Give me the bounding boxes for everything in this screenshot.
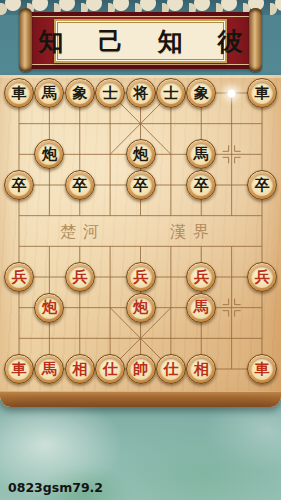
piece-black-soldier[interactable]: 卒 (4, 170, 34, 200)
piece-face: 卒 (69, 174, 91, 196)
piece-face: 兵 (251, 266, 273, 288)
piece-character: 仕 (103, 362, 118, 377)
piece-face: 炮 (38, 297, 60, 319)
piece-red-soldier[interactable]: 兵 (4, 262, 34, 292)
piece-black-advisor[interactable]: 士 (95, 78, 125, 108)
piece-black-advisor[interactable]: 士 (156, 78, 186, 108)
piece-character: 炮 (133, 147, 148, 162)
piece-black-soldier[interactable]: 卒 (247, 170, 277, 200)
piece-character: 馬 (194, 147, 209, 162)
banner-title: 知 己 知 彼 (25, 25, 255, 58)
piece-character: 将 (133, 86, 148, 101)
piece-face: 士 (160, 82, 182, 104)
piece-character: 車 (12, 362, 27, 377)
piece-red-soldier[interactable]: 兵 (126, 262, 156, 292)
piece-face: 車 (8, 82, 30, 104)
piece-face: 卒 (251, 174, 273, 196)
piece-character: 卒 (133, 178, 148, 193)
piece-black-elephant[interactable]: 象 (65, 78, 95, 108)
piece-red-cannon[interactable]: 炮 (126, 293, 156, 323)
piece-character: 馬 (42, 86, 57, 101)
piece-character: 卒 (255, 178, 270, 193)
board-bottom-edge (0, 391, 281, 407)
piece-face: 相 (190, 358, 212, 380)
piece-character: 車 (255, 362, 270, 377)
piece-black-soldier[interactable]: 卒 (65, 170, 95, 200)
piece-face: 炮 (130, 297, 152, 319)
river-label-left: 楚河 (60, 222, 106, 243)
piece-character: 馬 (194, 300, 209, 315)
piece-face: 兵 (8, 266, 30, 288)
piece-face: 馬 (38, 358, 60, 380)
piece-face: 仕 (160, 358, 182, 380)
piece-character: 象 (194, 86, 209, 101)
piece-character: 兵 (255, 270, 270, 285)
piece-face: 象 (190, 82, 212, 104)
piece-face: 士 (99, 82, 121, 104)
piece-face: 相 (69, 358, 91, 380)
piece-character: 馬 (42, 362, 57, 377)
piece-character: 士 (103, 86, 118, 101)
piece-face: 炮 (130, 143, 152, 165)
piece-character: 卒 (72, 178, 87, 193)
piece-face: 卒 (8, 174, 30, 196)
piece-face: 馬 (190, 143, 212, 165)
watermark-text: 0823gsm79.2 (8, 480, 103, 495)
piece-character: 士 (163, 86, 178, 101)
piece-face: 車 (251, 82, 273, 104)
piece-character: 相 (72, 362, 87, 377)
piece-red-advisor[interactable]: 仕 (156, 354, 186, 384)
xiangqi-app: 知 己 知 彼 楚河 漢界 車馬象士将士象車炮炮馬卒卒卒卒卒兵兵兵兵兵炮炮馬車馬… (0, 0, 281, 500)
piece-character: 炮 (42, 300, 57, 315)
piece-character: 象 (72, 86, 87, 101)
piece-red-soldier[interactable]: 兵 (247, 262, 277, 292)
piece-face: 兵 (130, 266, 152, 288)
piece-red-chariot[interactable]: 車 (247, 354, 277, 384)
piece-red-soldier[interactable]: 兵 (65, 262, 95, 292)
piece-character: 炮 (133, 300, 148, 315)
piece-red-chariot[interactable]: 車 (4, 354, 34, 384)
piece-character: 仕 (163, 362, 178, 377)
piece-character: 兵 (133, 270, 148, 285)
piece-face: 車 (251, 358, 273, 380)
piece-black-cannon[interactable]: 炮 (126, 139, 156, 169)
piece-red-horse[interactable]: 馬 (186, 293, 216, 323)
piece-character: 車 (255, 86, 270, 101)
piece-face: 卒 (190, 174, 212, 196)
piece-face: 馬 (38, 82, 60, 104)
piece-red-elephant[interactable]: 相 (65, 354, 95, 384)
piece-character: 兵 (194, 270, 209, 285)
piece-black-chariot[interactable]: 車 (247, 78, 277, 108)
piece-character: 車 (12, 86, 27, 101)
piece-face: 将 (130, 82, 152, 104)
piece-red-general[interactable]: 帥 (126, 354, 156, 384)
piece-face: 仕 (99, 358, 121, 380)
piece-character: 兵 (72, 270, 87, 285)
piece-character: 卒 (12, 178, 27, 193)
river-label-right: 漢界 (170, 222, 216, 243)
piece-face: 馬 (190, 297, 212, 319)
piece-character: 卒 (194, 178, 209, 193)
piece-character: 相 (194, 362, 209, 377)
piece-black-chariot[interactable]: 車 (4, 78, 34, 108)
piece-face: 帥 (130, 358, 152, 380)
piece-character: 炮 (42, 147, 57, 162)
piece-face: 炮 (38, 143, 60, 165)
piece-character: 兵 (12, 270, 27, 285)
banner-paper: 知 己 知 彼 (54, 19, 227, 63)
piece-red-advisor[interactable]: 仕 (95, 354, 125, 384)
piece-black-general[interactable]: 将 (126, 78, 156, 108)
piece-face: 卒 (130, 174, 152, 196)
piece-face: 兵 (190, 266, 212, 288)
piece-character: 帥 (133, 362, 148, 377)
piece-black-soldier[interactable]: 卒 (126, 170, 156, 200)
piece-face: 兵 (69, 266, 91, 288)
piece-face: 車 (8, 358, 30, 380)
piece-red-cannon[interactable]: 炮 (34, 293, 64, 323)
last-move-origin-marker (227, 89, 236, 98)
piece-face: 象 (69, 82, 91, 104)
